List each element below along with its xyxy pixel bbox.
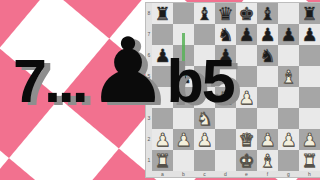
square-e1: ♚	[236, 150, 257, 171]
white-pawn-b2: ♟	[173, 129, 194, 150]
white-pawn-e4: ♟	[236, 87, 257, 108]
square-d8: ♛	[215, 3, 236, 24]
white-rook-h1: ♜	[299, 150, 320, 171]
square-g3	[278, 108, 299, 129]
white-queen-e2: ♛	[236, 129, 257, 150]
square-a1: ♜	[152, 150, 173, 171]
black-queen-d8: ♛	[215, 3, 236, 24]
black-king-e8: ♚	[236, 3, 257, 24]
move-number-text: 7...	[13, 46, 86, 116]
file-label-e: e	[236, 171, 257, 177]
file-label-d: d	[215, 171, 236, 177]
black-pawn-g7: ♟	[278, 24, 299, 45]
square-c8: ♝	[194, 3, 215, 24]
square-g4	[278, 87, 299, 108]
white-pawn-c2: ♟	[194, 129, 215, 150]
square-d7: ♞	[215, 24, 236, 45]
file-label-g: g	[278, 171, 299, 177]
square-e5	[236, 66, 257, 87]
file-label-f: f	[257, 171, 278, 177]
white-bishop-g5: ♝	[278, 66, 299, 87]
black-knight-d7: ♞	[215, 24, 236, 45]
black-pawn-h7: ♟	[299, 24, 320, 45]
square-f5	[257, 66, 278, 87]
square-c1	[194, 150, 215, 171]
black-bishop-f8: ♝	[257, 3, 278, 24]
square-h1: ♜	[299, 150, 320, 171]
square-e6	[236, 45, 257, 66]
white-pawn-f2: ♟	[257, 129, 278, 150]
white-bishop-f1: ♝	[257, 150, 278, 171]
square-h6	[299, 45, 320, 66]
white-king-e1: ♚	[236, 150, 257, 171]
square-h8: ♜	[299, 3, 320, 24]
square-e3	[236, 108, 257, 129]
move-caption: 7... ♟ b5	[13, 46, 234, 116]
square-g6	[278, 45, 299, 66]
square-c7	[194, 24, 215, 45]
square-e2: ♛	[236, 129, 257, 150]
video-thumbnail: 87654321 ♜♝♛♚♝♜♞♟♟♟♟♟♟♞♟♝♞♟♞♟♟♟♛♟♟♟♜♚♝♜ …	[0, 0, 320, 180]
black-pawn-e7: ♟	[236, 24, 257, 45]
black-knight-f6: ♞	[257, 45, 278, 66]
white-pawn-a2: ♟	[152, 129, 173, 150]
black-rook-h8: ♜	[299, 3, 320, 24]
square-d2	[215, 129, 236, 150]
square-e8: ♚	[236, 3, 257, 24]
square-d1	[215, 150, 236, 171]
square-e7: ♟	[236, 24, 257, 45]
square-f4	[257, 87, 278, 108]
square-g1	[278, 150, 299, 171]
file-label-c: c	[194, 171, 215, 177]
square-e4: ♟	[236, 87, 257, 108]
square-h5	[299, 66, 320, 87]
file-label-h: h	[299, 171, 320, 177]
white-pawn-h2: ♟	[299, 129, 320, 150]
square-g7: ♟	[278, 24, 299, 45]
square-a2: ♟	[152, 129, 173, 150]
move-text: b5	[166, 46, 233, 116]
square-f8: ♝	[257, 3, 278, 24]
white-pawn-g2: ♟	[278, 129, 299, 150]
square-h4	[299, 87, 320, 108]
file-labels: abcdefgh	[152, 171, 320, 177]
square-f3	[257, 108, 278, 129]
file-label-a: a	[152, 171, 173, 177]
square-g5: ♝	[278, 66, 299, 87]
black-bishop-c8: ♝	[194, 3, 215, 24]
white-rook-a1: ♜	[152, 150, 173, 171]
square-g2: ♟	[278, 129, 299, 150]
square-f7: ♟	[257, 24, 278, 45]
square-b2: ♟	[173, 129, 194, 150]
file-label-b: b	[173, 171, 194, 177]
square-h2: ♟	[299, 129, 320, 150]
square-c2: ♟	[194, 129, 215, 150]
square-f1: ♝	[257, 150, 278, 171]
square-h7: ♟	[299, 24, 320, 45]
square-b8	[173, 3, 194, 24]
square-f6: ♞	[257, 45, 278, 66]
black-pawn-f7: ♟	[257, 24, 278, 45]
square-g8	[278, 3, 299, 24]
square-b1	[173, 150, 194, 171]
square-h3	[299, 108, 320, 129]
square-f2: ♟	[257, 129, 278, 150]
